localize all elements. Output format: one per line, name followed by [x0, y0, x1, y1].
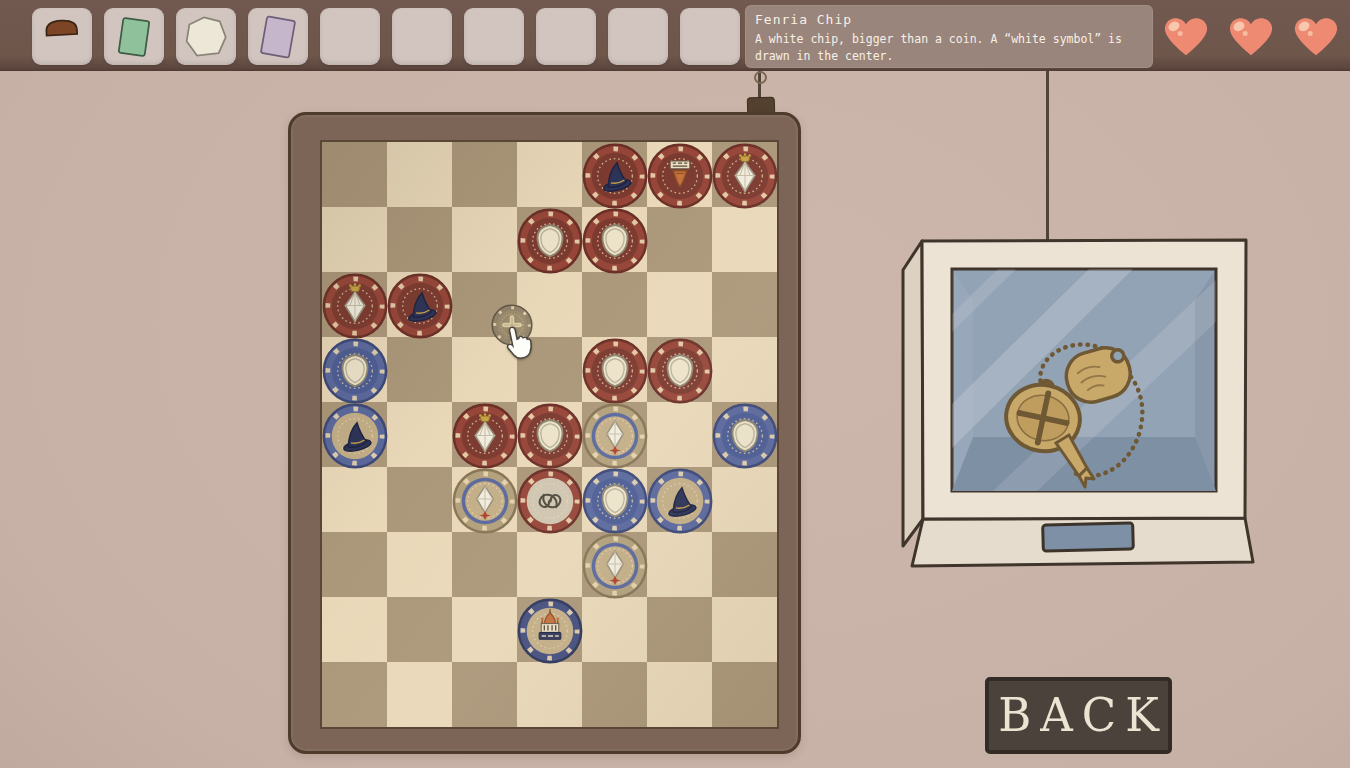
inventory-bar: Fenria Chip A white chip, bigger than a … [0, 0, 1350, 71]
lives-hearts [1160, 11, 1342, 61]
green-book-icon [110, 13, 158, 61]
hand-cursor-icon [503, 323, 534, 360]
inventory-slot-9-empty[interactable] [608, 8, 668, 65]
heart-icon [1160, 11, 1212, 61]
tooltip-line: A white chip, bigger than a coin. A “whi… [755, 31, 1143, 48]
chip-tan-diamond-star[interactable] [582, 403, 648, 469]
chip-blue-shield[interactable] [582, 468, 648, 534]
chip-red-tower[interactable] [647, 143, 713, 209]
inventory-slot-1-treasure-chest[interactable] [32, 8, 92, 65]
heart-icon [1225, 11, 1277, 61]
heart-icon [1290, 11, 1342, 61]
inventory-slot-8-empty[interactable] [536, 8, 596, 65]
chip-red-spiral[interactable] [517, 468, 583, 534]
back-button[interactable]: BACK [985, 677, 1172, 754]
inventory-slot-7-empty[interactable] [464, 8, 524, 65]
chip-tan-diamond-star[interactable] [452, 468, 518, 534]
case-left-side [903, 241, 923, 546]
item-tooltip: Fenria Chip A white chip, bigger than a … [745, 5, 1153, 68]
chip-red-diamond[interactable] [322, 273, 388, 339]
chip-red-diamond[interactable] [452, 403, 518, 469]
inventory-slot-3-sail-chip[interactable] [176, 8, 236, 65]
chip-red-shield[interactable] [517, 403, 583, 469]
treasure-chest-icon [38, 13, 86, 61]
game-board [288, 112, 801, 754]
display-case [893, 228, 1265, 578]
tooltip-title: Fenria Chip [755, 12, 1143, 27]
chip-red-shield[interactable] [582, 338, 648, 404]
board-chips-layer [322, 142, 777, 727]
sail-chip-icon [182, 13, 230, 61]
chip-red-shield[interactable] [582, 208, 648, 274]
inventory-slot-6-empty[interactable] [392, 8, 452, 65]
chip-red-shield[interactable] [647, 338, 713, 404]
inventory-slot-2-green-book[interactable] [104, 8, 164, 65]
board-wire-loop-icon [754, 71, 767, 84]
chip-red-hat[interactable] [582, 143, 648, 209]
game-screen: Fenria Chip A white chip, bigger than a … [0, 0, 1350, 768]
chip-blue-cathedral[interactable] [517, 598, 583, 664]
chip-blue-shield[interactable] [712, 403, 778, 469]
inventory-slot-4-purple-card[interactable] [248, 8, 308, 65]
inventory-slot-10-empty[interactable] [680, 8, 740, 65]
back-button-label: BACK [998, 688, 1168, 742]
chip-blue-shield[interactable] [322, 338, 388, 404]
chip-red-hat[interactable] [387, 273, 453, 339]
case-hanging-wire [1046, 71, 1049, 241]
chip-blue-hat[interactable] [322, 403, 388, 469]
purple-card-icon [254, 13, 302, 61]
tooltip-line: drawn in the center. [755, 48, 1143, 65]
chip-tan-diamond-star[interactable] [582, 533, 648, 599]
case-plaque [1043, 523, 1134, 551]
chip-blue-hat[interactable] [647, 468, 713, 534]
inventory-slot-5-empty[interactable] [320, 8, 380, 65]
chip-red-diamond[interactable] [712, 143, 778, 209]
chip-red-shield[interactable] [517, 208, 583, 274]
